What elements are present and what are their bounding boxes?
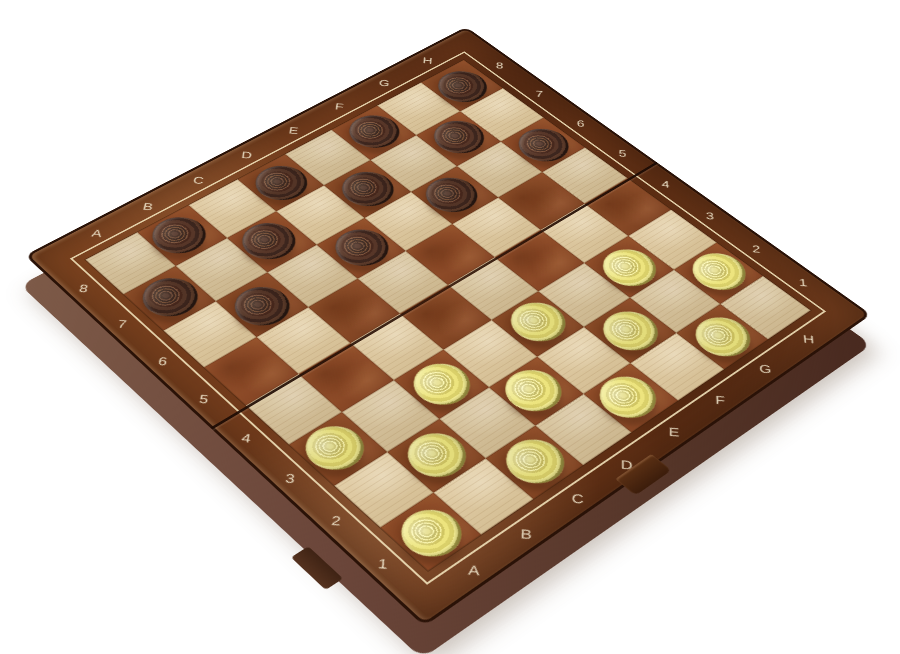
checkers-board: ABCDEFGH ABCDEFGH 87654321 87654321 xyxy=(25,27,871,627)
playing-area xyxy=(85,60,810,571)
board-3d: ABCDEFGH ABCDEFGH 87654321 87654321 xyxy=(25,27,871,627)
hinge-tab xyxy=(291,546,343,590)
photo-background: ABCDEFGH ABCDEFGH 87654321 87654321 xyxy=(0,0,900,654)
